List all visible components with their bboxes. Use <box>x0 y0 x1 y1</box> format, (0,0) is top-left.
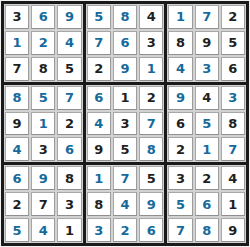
cell-r2c3[interactable]: 4 <box>57 31 81 55</box>
sudoku-page: 3691247855847632911728954368579124366124… <box>0 0 250 247</box>
cell-r2c2[interactable]: 2 <box>31 31 55 55</box>
cell-r7c8[interactable]: 2 <box>195 166 219 190</box>
box-9: 324561789 <box>166 164 247 244</box>
cell-r1c2[interactable]: 6 <box>31 5 55 29</box>
cell-r3c9[interactable]: 6 <box>221 57 245 81</box>
cell-r3c6[interactable]: 1 <box>139 57 163 81</box>
cell-r9c8[interactable]: 8 <box>195 218 219 242</box>
cell-r7c1[interactable]: 6 <box>5 166 29 190</box>
cell-r1c4[interactable]: 5 <box>87 5 111 29</box>
cell-r2c1[interactable]: 1 <box>5 31 29 55</box>
cell-r1c7[interactable]: 1 <box>168 5 192 29</box>
cell-r4c6[interactable]: 2 <box>139 86 163 110</box>
cell-r4c1[interactable]: 8 <box>5 86 29 110</box>
box-6: 943658217 <box>166 84 247 164</box>
cell-r8c9[interactable]: 1 <box>221 192 245 216</box>
cell-r5c5[interactable]: 3 <box>113 112 137 136</box>
cell-r7c3[interactable]: 8 <box>57 166 81 190</box>
cell-r8c5[interactable]: 4 <box>113 192 137 216</box>
cell-r7c6[interactable]: 5 <box>139 166 163 190</box>
cell-r5c9[interactable]: 8 <box>221 112 245 136</box>
cell-r9c2[interactable]: 4 <box>31 218 55 242</box>
cell-r5c3[interactable]: 2 <box>57 112 81 136</box>
cell-r1c5[interactable]: 8 <box>113 5 137 29</box>
cell-r9c7[interactable]: 7 <box>168 218 192 242</box>
cell-r1c6[interactable]: 4 <box>139 5 163 29</box>
cell-r9c6[interactable]: 6 <box>139 218 163 242</box>
box-5: 612437958 <box>85 84 166 164</box>
cell-r4c9[interactable]: 3 <box>221 86 245 110</box>
cell-r2c6[interactable]: 3 <box>139 31 163 55</box>
cell-r3c8[interactable]: 3 <box>195 57 219 81</box>
cell-r7c2[interactable]: 9 <box>31 166 55 190</box>
cell-r2c5[interactable]: 6 <box>113 31 137 55</box>
cell-r3c1[interactable]: 7 <box>5 57 29 81</box>
cell-r3c2[interactable]: 8 <box>31 57 55 81</box>
cell-r5c7[interactable]: 6 <box>168 112 192 136</box>
cell-r6c3[interactable]: 6 <box>57 137 81 161</box>
cell-r8c8[interactable]: 6 <box>195 192 219 216</box>
box-4: 857912436 <box>3 84 84 164</box>
cell-r1c3[interactable]: 9 <box>57 5 81 29</box>
cell-r7c5[interactable]: 7 <box>113 166 137 190</box>
cell-r6c5[interactable]: 5 <box>113 137 137 161</box>
cell-r9c9[interactable]: 9 <box>221 218 245 242</box>
cell-r7c7[interactable]: 3 <box>168 166 192 190</box>
cell-r7c9[interactable]: 4 <box>221 166 245 190</box>
cell-r2c8[interactable]: 9 <box>195 31 219 55</box>
cell-r5c2[interactable]: 1 <box>31 112 55 136</box>
cell-r9c5[interactable]: 2 <box>113 218 137 242</box>
cell-r8c6[interactable]: 9 <box>139 192 163 216</box>
box-8: 175849326 <box>85 164 166 244</box>
cell-r5c6[interactable]: 7 <box>139 112 163 136</box>
cell-r6c8[interactable]: 1 <box>195 137 219 161</box>
cell-r2c7[interactable]: 8 <box>168 31 192 55</box>
box-7: 698273541 <box>3 164 84 244</box>
cell-r4c2[interactable]: 5 <box>31 86 55 110</box>
cell-r1c9[interactable]: 2 <box>221 5 245 29</box>
cell-r3c7[interactable]: 4 <box>168 57 192 81</box>
cell-r4c3[interactable]: 7 <box>57 86 81 110</box>
cell-r7c4[interactable]: 1 <box>87 166 111 190</box>
cell-r6c7[interactable]: 2 <box>168 137 192 161</box>
cell-r8c4[interactable]: 8 <box>87 192 111 216</box>
cell-r8c7[interactable]: 5 <box>168 192 192 216</box>
box-2: 584763291 <box>85 3 166 83</box>
cell-r6c6[interactable]: 8 <box>139 137 163 161</box>
box-3: 172895436 <box>166 3 247 83</box>
cell-r6c2[interactable]: 3 <box>31 137 55 161</box>
cell-r9c3[interactable]: 1 <box>57 218 81 242</box>
cell-r2c9[interactable]: 5 <box>221 31 245 55</box>
sudoku-board: 3691247855847632911728954368579124366124… <box>1 1 249 246</box>
cell-r4c5[interactable]: 1 <box>113 86 137 110</box>
cell-r6c4[interactable]: 9 <box>87 137 111 161</box>
cell-r2c4[interactable]: 7 <box>87 31 111 55</box>
cell-r5c1[interactable]: 9 <box>5 112 29 136</box>
cell-r1c8[interactable]: 7 <box>195 5 219 29</box>
cell-r8c1[interactable]: 2 <box>5 192 29 216</box>
cell-r5c4[interactable]: 4 <box>87 112 111 136</box>
box-1: 369124785 <box>3 3 84 83</box>
cell-r3c5[interactable]: 9 <box>113 57 137 81</box>
cell-r3c3[interactable]: 5 <box>57 57 81 81</box>
cell-r4c4[interactable]: 6 <box>87 86 111 110</box>
cell-r8c2[interactable]: 7 <box>31 192 55 216</box>
cell-r9c1[interactable]: 5 <box>5 218 29 242</box>
cell-r3c4[interactable]: 2 <box>87 57 111 81</box>
cell-r5c8[interactable]: 5 <box>195 112 219 136</box>
cell-r6c1[interactable]: 4 <box>5 137 29 161</box>
cell-r6c9[interactable]: 7 <box>221 137 245 161</box>
cell-r4c7[interactable]: 9 <box>168 86 192 110</box>
cell-r8c3[interactable]: 3 <box>57 192 81 216</box>
cell-r9c4[interactable]: 3 <box>87 218 111 242</box>
cell-r1c1[interactable]: 3 <box>5 5 29 29</box>
cell-r4c8[interactable]: 4 <box>195 86 219 110</box>
